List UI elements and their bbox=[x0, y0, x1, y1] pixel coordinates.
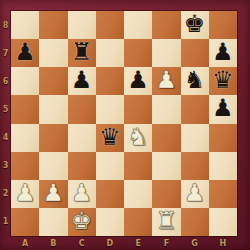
square-g4[interactable] bbox=[181, 124, 209, 152]
square-f2[interactable] bbox=[152, 180, 180, 208]
square-c5[interactable] bbox=[68, 95, 96, 123]
square-d6[interactable] bbox=[96, 67, 124, 95]
square-e3[interactable] bbox=[124, 152, 152, 180]
rank-label-3: 3 bbox=[0, 152, 11, 180]
square-g1[interactable] bbox=[181, 208, 209, 236]
square-g3[interactable] bbox=[181, 152, 209, 180]
file-label-a: A bbox=[11, 236, 39, 250]
square-a1[interactable] bbox=[11, 208, 39, 236]
square-e2[interactable] bbox=[124, 180, 152, 208]
square-c3[interactable] bbox=[68, 152, 96, 180]
file-label-d: D bbox=[96, 236, 124, 250]
black-pawn-icon[interactable]: ♟ bbox=[212, 40, 234, 64]
square-f4[interactable] bbox=[152, 124, 180, 152]
rank-label-5: 5 bbox=[0, 95, 11, 123]
square-f8[interactable] bbox=[152, 11, 180, 39]
square-h7[interactable]: ♟ bbox=[209, 39, 237, 67]
square-c8[interactable] bbox=[68, 11, 96, 39]
white-pawn-icon[interactable]: ♟ bbox=[156, 68, 178, 92]
rank-label-4: 4 bbox=[0, 124, 11, 152]
square-f6[interactable]: ♟ bbox=[152, 67, 180, 95]
file-label-f: F bbox=[152, 236, 180, 250]
square-b5[interactable] bbox=[39, 95, 67, 123]
square-g7[interactable] bbox=[181, 39, 209, 67]
square-f3[interactable] bbox=[152, 152, 180, 180]
square-a8[interactable] bbox=[11, 11, 39, 39]
black-rook-icon[interactable]: ♜ bbox=[71, 40, 93, 64]
rank-label-7: 7 bbox=[0, 39, 11, 67]
square-h1[interactable] bbox=[209, 208, 237, 236]
square-h4[interactable] bbox=[209, 124, 237, 152]
square-e4[interactable]: ♞ bbox=[124, 124, 152, 152]
white-king-icon[interactable]: ♚ bbox=[71, 209, 93, 233]
file-label-e: E bbox=[124, 236, 152, 250]
square-g2[interactable]: ♟ bbox=[181, 180, 209, 208]
square-g8[interactable]: ♚ bbox=[181, 11, 209, 39]
white-pawn-icon[interactable]: ♟ bbox=[71, 181, 93, 205]
square-d7[interactable] bbox=[96, 39, 124, 67]
square-e5[interactable] bbox=[124, 95, 152, 123]
square-c4[interactable] bbox=[68, 124, 96, 152]
black-knight-icon[interactable]: ♞ bbox=[184, 68, 206, 92]
square-g6[interactable]: ♞ bbox=[181, 67, 209, 95]
square-d5[interactable] bbox=[96, 95, 124, 123]
rank-label-6: 6 bbox=[0, 67, 11, 95]
white-knight-icon[interactable]: ♞ bbox=[127, 125, 149, 149]
square-h5[interactable]: ♟ bbox=[209, 95, 237, 123]
square-e7[interactable] bbox=[124, 39, 152, 67]
black-king-icon[interactable]: ♚ bbox=[184, 12, 206, 36]
square-a4[interactable] bbox=[11, 124, 39, 152]
black-pawn-icon[interactable]: ♟ bbox=[127, 68, 149, 92]
square-f7[interactable] bbox=[152, 39, 180, 67]
rank-label-1: 1 bbox=[0, 208, 11, 236]
file-label-b: B bbox=[39, 236, 67, 250]
black-queen-icon[interactable]: ♛ bbox=[99, 125, 121, 149]
square-b4[interactable] bbox=[39, 124, 67, 152]
square-a2[interactable]: ♟ bbox=[11, 180, 39, 208]
file-label-h: H bbox=[209, 236, 237, 250]
square-b3[interactable] bbox=[39, 152, 67, 180]
square-f5[interactable] bbox=[152, 95, 180, 123]
square-c7[interactable]: ♜ bbox=[68, 39, 96, 67]
black-pawn-icon[interactable]: ♟ bbox=[71, 68, 93, 92]
square-h6[interactable]: ♛ bbox=[209, 67, 237, 95]
square-d3[interactable] bbox=[96, 152, 124, 180]
rank-label-8: 8 bbox=[0, 11, 11, 39]
square-h3[interactable] bbox=[209, 152, 237, 180]
rank-label-2: 2 bbox=[0, 180, 11, 208]
square-b8[interactable] bbox=[39, 11, 67, 39]
rank-labels: 87654321 bbox=[0, 11, 11, 236]
square-a7[interactable]: ♟ bbox=[11, 39, 39, 67]
chess-board: ♚♟♜♟♟♟♟♞♛♟♛♞♟♟♟♟♚♜ bbox=[11, 11, 237, 236]
file-labels: ABCDEFGH bbox=[11, 236, 237, 250]
square-c6[interactable]: ♟ bbox=[68, 67, 96, 95]
square-d2[interactable] bbox=[96, 180, 124, 208]
black-pawn-icon[interactable]: ♟ bbox=[14, 40, 36, 64]
square-d4[interactable]: ♛ bbox=[96, 124, 124, 152]
chess-board-frame: 87654321 ♚♟♜♟♟♟♟♞♛♟♛♞♟♟♟♟♚♜ ABCDEFGH bbox=[0, 0, 250, 250]
square-d8[interactable] bbox=[96, 11, 124, 39]
square-b1[interactable] bbox=[39, 208, 67, 236]
square-f1[interactable]: ♜ bbox=[152, 208, 180, 236]
square-a5[interactable] bbox=[11, 95, 39, 123]
square-b6[interactable] bbox=[39, 67, 67, 95]
square-b7[interactable] bbox=[39, 39, 67, 67]
square-e1[interactable] bbox=[124, 208, 152, 236]
square-h2[interactable] bbox=[209, 180, 237, 208]
square-e6[interactable]: ♟ bbox=[124, 67, 152, 95]
file-label-c: C bbox=[68, 236, 96, 250]
square-g5[interactable] bbox=[181, 95, 209, 123]
white-rook-icon[interactable]: ♜ bbox=[156, 209, 178, 233]
square-d1[interactable] bbox=[96, 208, 124, 236]
black-queen-icon[interactable]: ♛ bbox=[212, 68, 234, 92]
square-c1[interactable]: ♚ bbox=[68, 208, 96, 236]
black-pawn-icon[interactable]: ♟ bbox=[212, 96, 234, 120]
file-label-g: G bbox=[181, 236, 209, 250]
square-b2[interactable]: ♟ bbox=[39, 180, 67, 208]
square-c2[interactable]: ♟ bbox=[68, 180, 96, 208]
white-pawn-icon[interactable]: ♟ bbox=[43, 181, 65, 205]
white-pawn-icon[interactable]: ♟ bbox=[184, 181, 206, 205]
square-a6[interactable] bbox=[11, 67, 39, 95]
square-h8[interactable] bbox=[209, 11, 237, 39]
square-e8[interactable] bbox=[124, 11, 152, 39]
white-pawn-icon[interactable]: ♟ bbox=[14, 181, 36, 205]
square-a3[interactable] bbox=[11, 152, 39, 180]
